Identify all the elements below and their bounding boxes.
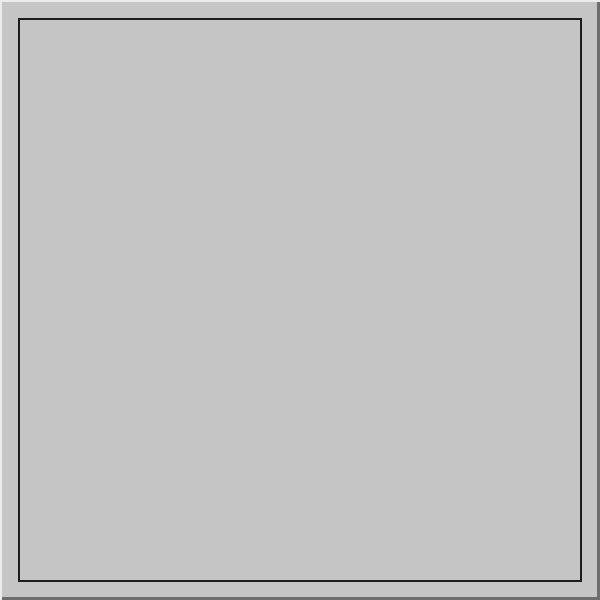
file-labels xyxy=(20,580,580,598)
board-frame xyxy=(0,0,600,600)
chess-board xyxy=(18,18,582,582)
